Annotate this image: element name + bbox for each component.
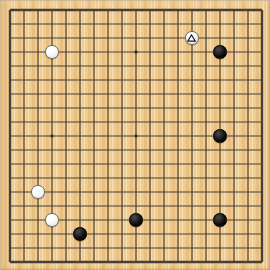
stones-layer — [3, 3, 269, 269]
white-stone-D16 — [45, 45, 58, 58]
white-stone-D4 — [45, 213, 58, 226]
black-stone-K4 — [129, 213, 142, 226]
triangle-marker-icon — [187, 34, 196, 42]
white-stone-O17 — [185, 31, 198, 44]
white-stone-C6 — [31, 185, 44, 198]
black-stone-Q10 — [213, 129, 226, 142]
go-board[interactable] — [0, 0, 270, 270]
black-stone-F3 — [73, 227, 86, 240]
black-stone-Q16 — [213, 45, 226, 58]
black-stone-Q4 — [213, 213, 226, 226]
